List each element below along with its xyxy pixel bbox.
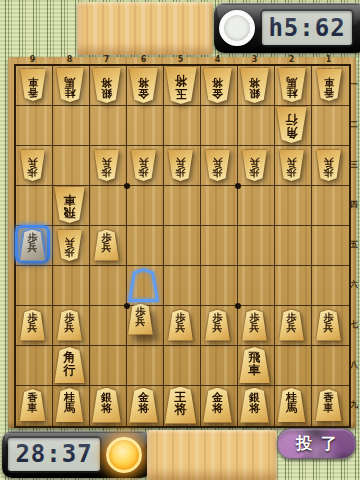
piece-kanji: 兵 (250, 323, 260, 333)
piece-s-f7r1[interactable]: 銀将 (91, 68, 122, 103)
piece-kanji: 将 (249, 76, 260, 87)
piece-P-f9r7[interactable]: 歩兵 (19, 310, 46, 341)
piece-kanji: 飛 (64, 206, 76, 218)
piece-kanji: 車 (324, 77, 334, 87)
piece-kanji: 車 (324, 403, 334, 413)
piece-P-f6r7[interactable]: 歩兵 (127, 304, 154, 335)
piece-kanji: 銀 (101, 87, 112, 98)
piece-s-f3r1[interactable]: 銀将 (239, 68, 270, 103)
piece-kanji: 歩 (102, 167, 112, 177)
piece-kanji: 兵 (28, 243, 38, 253)
file-label-7: 7 (88, 56, 125, 64)
piece-kanji: 車 (28, 403, 38, 413)
piece-kanji: 兵 (287, 323, 297, 333)
piece-p-f9r3[interactable]: 歩兵 (19, 150, 46, 181)
shogi-app: { "game": "shogi", "app": { "opponent_cl… (0, 0, 360, 480)
piece-P-f8r7[interactable]: 歩兵 (56, 310, 83, 341)
rank-label-4: 四 (349, 184, 359, 224)
piece-kanji: 金 (138, 87, 149, 98)
rank-label-1: 一 (349, 64, 359, 104)
piece-kanji: 将 (138, 403, 149, 414)
player-komadai (147, 430, 277, 480)
pieces-layer: 香車桂馬銀将金将玉将金将銀将桂馬香車角行歩兵歩兵歩兵歩兵歩兵歩兵歩兵歩兵飛車歩兵… (14, 64, 347, 424)
piece-B-f8r8[interactable]: 角行 (53, 347, 86, 383)
piece-kanji: 兵 (176, 323, 186, 333)
piece-n-f2r1[interactable]: 桂馬 (277, 68, 307, 102)
piece-kanji: 将 (175, 403, 187, 415)
piece-kanji: 歩 (176, 167, 186, 177)
piece-kanji: 行 (286, 114, 298, 126)
piece-kanji: 角 (64, 351, 76, 363)
opponent-clock: h5:62 (214, 3, 360, 53)
piece-p-f3r3[interactable]: 歩兵 (241, 150, 268, 181)
piece-g-f4r1[interactable]: 金将 (202, 68, 233, 103)
piece-G-f6r9[interactable]: 金将 (128, 388, 159, 423)
piece-kanji: 銀 (249, 87, 260, 98)
piece-P-f9r5[interactable]: 歩兵 (19, 230, 46, 261)
piece-P-f1r7[interactable]: 歩兵 (315, 310, 342, 341)
piece-p-f6r3[interactable]: 歩兵 (130, 150, 157, 181)
piece-kanji: 兵 (213, 323, 223, 333)
player-clock: 28:37 (2, 431, 151, 478)
rank-label-7: 七 (349, 304, 359, 344)
piece-P-f4r7[interactable]: 歩兵 (204, 310, 231, 341)
piece-l-f9r1[interactable]: 香車 (19, 69, 47, 101)
piece-R-f3r8[interactable]: 飛車 (238, 347, 271, 383)
piece-kanji: 兵 (324, 323, 334, 333)
player-time-display: 28:37 (6, 436, 102, 473)
piece-kanji: 馬 (286, 403, 297, 414)
piece-kanji: 馬 (286, 76, 297, 87)
piece-N-f2r9[interactable]: 桂馬 (277, 388, 307, 422)
piece-kanji: 将 (101, 76, 112, 87)
piece-kanji: 香 (324, 87, 334, 97)
piece-r-f8r4[interactable]: 飛車 (53, 187, 86, 223)
rank-label-5: 五 (349, 224, 359, 264)
piece-kanji: 玉 (175, 87, 187, 99)
piece-kanji: 車 (249, 364, 261, 376)
file-label-9: 9 (14, 56, 51, 64)
piece-kanji: 香 (28, 87, 38, 97)
piece-kanji: 車 (64, 194, 76, 206)
rank-label-6: 六 (349, 264, 359, 304)
piece-p-f4r3[interactable]: 歩兵 (204, 150, 231, 181)
piece-kanji: 兵 (139, 157, 149, 167)
piece-b-f2r2[interactable]: 角行 (275, 107, 308, 143)
piece-kanji: 桂 (286, 87, 297, 98)
piece-kanji: 兵 (136, 317, 146, 327)
piece-l-f1r1[interactable]: 香車 (315, 69, 343, 101)
rank-label-2: 二 (349, 104, 359, 144)
piece-kanji: 歩 (139, 167, 149, 177)
file-label-3: 3 (236, 56, 273, 64)
piece-kanji: 将 (138, 76, 149, 87)
piece-kanji: 兵 (102, 243, 112, 253)
piece-P-f7r5[interactable]: 歩兵 (93, 230, 120, 261)
piece-kanji: 車 (28, 77, 38, 87)
piece-kanji: 兵 (287, 157, 297, 167)
piece-kanji: 兵 (176, 157, 186, 167)
piece-P-f3r7[interactable]: 歩兵 (241, 310, 268, 341)
piece-L-f9r9[interactable]: 香車 (19, 389, 47, 421)
piece-kanji: 馬 (64, 76, 75, 87)
drag-ghost-outline (128, 268, 159, 306)
piece-kanji: 歩 (28, 167, 38, 177)
piece-kanji: 兵 (65, 323, 75, 333)
piece-kanji: 将 (212, 76, 223, 87)
opponent-time-display: h5:62 (260, 9, 354, 47)
piece-kanji: 飛 (249, 351, 261, 363)
file-label-4: 4 (199, 56, 236, 64)
piece-kanji: 将 (101, 403, 112, 414)
player-turn-lamp-icon (106, 437, 142, 473)
piece-kanji: 将 (212, 403, 223, 414)
rank-label-3: 三 (349, 144, 359, 184)
piece-kanji: 馬 (64, 403, 75, 414)
piece-kanji: 歩 (65, 247, 75, 257)
piece-p-f2r3[interactable]: 歩兵 (278, 150, 305, 181)
piece-N-f8r9[interactable]: 桂馬 (55, 388, 85, 422)
piece-kanji: 歩 (287, 167, 297, 177)
piece-G-f4r9[interactable]: 金将 (202, 388, 233, 423)
piece-kanji: 桂 (64, 87, 75, 98)
piece-p-f1r3[interactable]: 歩兵 (315, 150, 342, 181)
piece-P-f2r7[interactable]: 歩兵 (278, 310, 305, 341)
rank-label-8: 八 (349, 344, 359, 384)
piece-p-f7r3[interactable]: 歩兵 (93, 150, 120, 181)
file-label-2: 2 (273, 56, 310, 64)
piece-K-f5r9[interactable]: 王将 (164, 387, 198, 424)
piece-kanji: 歩 (250, 167, 260, 177)
opponent-turn-lamp-icon (219, 10, 255, 46)
piece-kanji: 将 (249, 403, 260, 414)
piece-kanji: 兵 (213, 157, 223, 167)
piece-n-f8r1[interactable]: 桂馬 (55, 68, 85, 102)
piece-kanji: 将 (175, 75, 187, 87)
piece-kanji: 歩 (324, 167, 334, 177)
rank-label-9: 九 (349, 384, 359, 424)
piece-kanji: 兵 (102, 157, 112, 167)
piece-P-f5r7[interactable]: 歩兵 (167, 310, 194, 341)
opponent-komadai (77, 2, 213, 55)
piece-p-f5r3[interactable]: 歩兵 (167, 150, 194, 181)
file-label-8: 8 (51, 56, 88, 64)
piece-L-f1r9[interactable]: 香車 (315, 389, 343, 421)
piece-kanji: 兵 (65, 237, 75, 247)
piece-kanji: 行 (64, 364, 76, 376)
piece-kanji: 金 (212, 87, 223, 98)
piece-p-f8r5[interactable]: 歩兵 (56, 230, 83, 261)
resign-button[interactable]: 投了 (277, 428, 356, 459)
piece-k-f5r1[interactable]: 玉将 (164, 67, 198, 104)
piece-kanji: 歩 (213, 167, 223, 177)
shogi-board: 香車桂馬銀将金将玉将金将銀将桂馬香車角行歩兵歩兵歩兵歩兵歩兵歩兵歩兵歩兵飛車歩兵… (8, 57, 356, 428)
piece-kanji: 角 (286, 126, 298, 138)
piece-S-f3r9[interactable]: 銀将 (239, 388, 270, 423)
piece-kanji: 兵 (28, 157, 38, 167)
piece-kanji: 兵 (250, 157, 260, 167)
piece-kanji: 兵 (28, 323, 38, 333)
piece-g-f6r1[interactable]: 金将 (128, 68, 159, 103)
file-label-5: 5 (162, 56, 199, 64)
file-label-6: 6 (125, 56, 162, 64)
file-label-1: 1 (310, 56, 347, 64)
piece-S-f7r9[interactable]: 銀将 (91, 388, 122, 423)
piece-kanji: 兵 (324, 157, 334, 167)
